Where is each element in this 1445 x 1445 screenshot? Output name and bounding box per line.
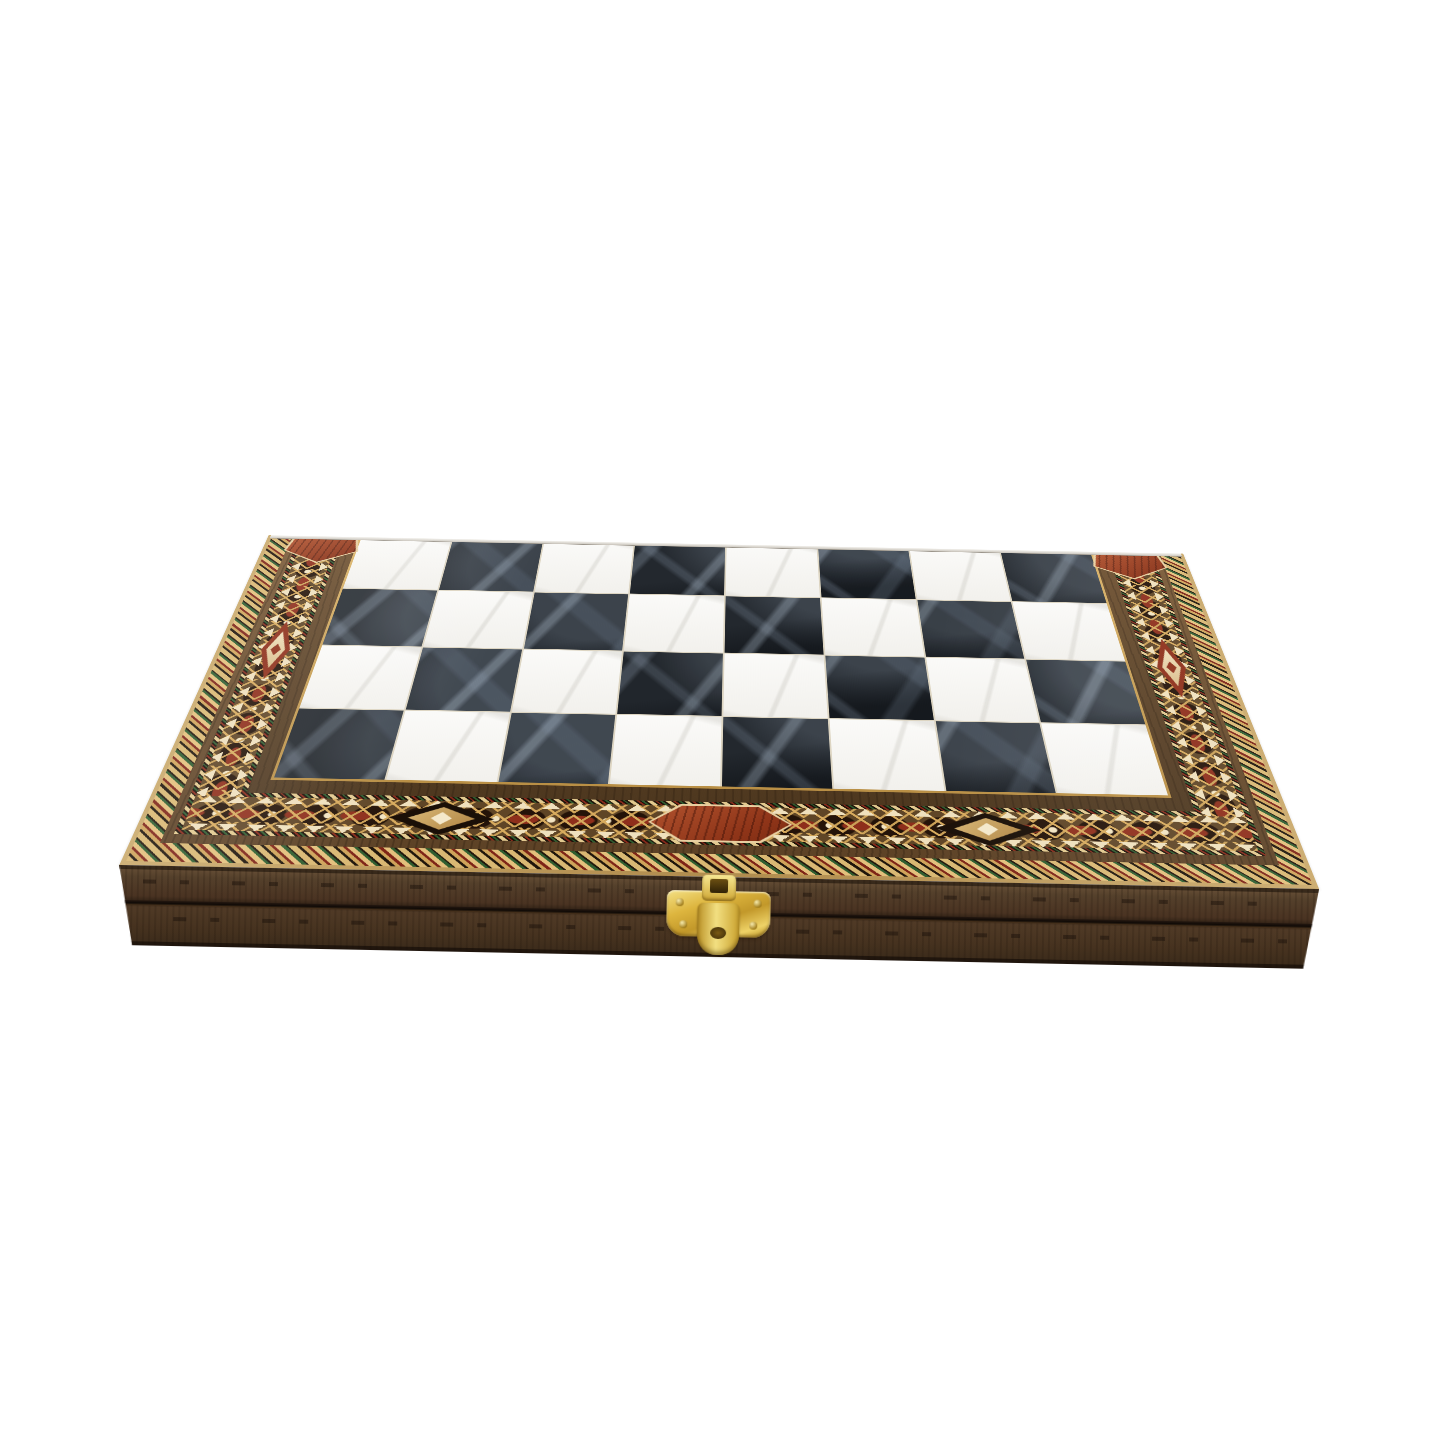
board-square-r4c2 bbox=[386, 711, 509, 782]
board-square-r3c5 bbox=[723, 654, 827, 718]
board-square-r3c4 bbox=[617, 652, 722, 716]
board-square-r4c1 bbox=[274, 708, 403, 779]
board-square-r1c8 bbox=[1000, 550, 1106, 603]
mosaic-frieze-band bbox=[182, 536, 1259, 851]
board-square-r4c3 bbox=[498, 713, 615, 784]
board-square-r4c4 bbox=[610, 715, 722, 787]
board-square-r1c2 bbox=[439, 539, 543, 592]
board-square-r2c7 bbox=[917, 600, 1024, 658]
board-square-r3c3 bbox=[511, 650, 622, 714]
micro-mosaic-strip-inner bbox=[239, 537, 1202, 816]
board-square-r2c6 bbox=[821, 598, 924, 656]
board-square-r3c1 bbox=[300, 645, 421, 709]
board-square-r2c4 bbox=[624, 594, 724, 652]
brass-clasp bbox=[663, 868, 775, 962]
board-square-r1c3 bbox=[534, 541, 633, 594]
board-square-r2c2 bbox=[423, 591, 533, 649]
board-square-r2c8 bbox=[1013, 602, 1125, 661]
board-square-r3c8 bbox=[1026, 660, 1145, 725]
board-square-r2c1 bbox=[323, 589, 437, 647]
board-square-r1c5 bbox=[726, 544, 820, 597]
board-square-r1c6 bbox=[818, 546, 915, 599]
board-square-r1c7 bbox=[909, 548, 1011, 601]
clasp-catch-hole bbox=[710, 927, 726, 939]
board-square-r4c6 bbox=[829, 719, 944, 791]
box-lid-top-face bbox=[119, 535, 1319, 889]
board-square-r1c4 bbox=[630, 543, 725, 596]
chess-box bbox=[117, 203, 1332, 987]
clasp-slot bbox=[710, 879, 728, 893]
board-square-r3c2 bbox=[406, 648, 522, 712]
board-square-r3c6 bbox=[825, 656, 933, 721]
checkerboard bbox=[274, 537, 1168, 795]
board-square-r2c5 bbox=[725, 596, 824, 654]
board-square-r4c7 bbox=[935, 721, 1056, 793]
board-square-r4c8 bbox=[1041, 723, 1168, 795]
walnut-inner-band bbox=[247, 537, 1195, 812]
board-square-r1c1 bbox=[343, 537, 451, 590]
board-square-r4c5 bbox=[722, 717, 832, 789]
gold-fillet bbox=[270, 537, 1171, 798]
board-square-r2c3 bbox=[524, 592, 629, 650]
board-square-r3c7 bbox=[926, 658, 1040, 723]
